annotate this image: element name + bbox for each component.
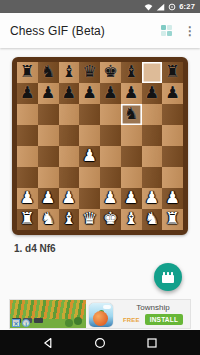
black-rook: ♜ <box>165 64 180 81</box>
white-pawn: ♟ <box>82 148 97 165</box>
square-h2[interactable]: ♟ <box>162 188 183 209</box>
ad-screenshot[interactable]: ✕ i <box>10 300 86 328</box>
square-a7[interactable]: ♟ <box>17 83 38 104</box>
black-bishop: ♝ <box>124 64 139 81</box>
white-pawn: ♟ <box>61 190 76 207</box>
square-f5[interactable] <box>121 125 142 146</box>
square-e1[interactable]: ♚ <box>100 209 121 230</box>
square-b1[interactable]: ♞ <box>38 209 59 230</box>
white-pawn: ♟ <box>124 190 139 207</box>
square-h7[interactable]: ♟ <box>162 83 183 104</box>
square-d4[interactable]: ♟ <box>79 146 100 167</box>
back-icon[interactable] <box>42 337 54 349</box>
square-d5[interactable] <box>79 125 100 146</box>
black-knight: ♞ <box>41 64 56 81</box>
square-a6[interactable] <box>17 104 38 125</box>
black-bishop: ♝ <box>61 64 76 81</box>
square-f3[interactable] <box>121 167 142 188</box>
white-king: ♚ <box>103 211 118 228</box>
home-icon[interactable] <box>94 337 106 349</box>
cloud-art <box>103 305 111 309</box>
white-bishop: ♝ <box>61 211 76 228</box>
create-gif-fab[interactable] <box>154 263 182 291</box>
black-queen: ♛ <box>82 64 97 81</box>
square-c3[interactable] <box>59 167 80 188</box>
square-f6[interactable]: ♞ <box>121 104 142 125</box>
install-button[interactable]: INSTALL <box>145 314 183 325</box>
chess-board[interactable]: ♜♞♝♛♚♝♜♟♟♟♟♟♟♟♟♞♟♟♟♟♟♟♟♟♜♞♝♛♚♝♞♜ <box>12 57 188 235</box>
square-h5[interactable] <box>162 125 183 146</box>
cell-signal-icon <box>156 3 165 11</box>
black-pawn: ♟ <box>165 85 180 102</box>
recents-icon[interactable] <box>146 337 158 349</box>
square-a1[interactable]: ♜ <box>17 209 38 230</box>
square-g1[interactable]: ♞ <box>142 209 163 230</box>
white-pawn: ♟ <box>103 190 118 207</box>
square-c5[interactable] <box>59 125 80 146</box>
square-h3[interactable] <box>162 167 183 188</box>
tree-art <box>65 319 73 327</box>
white-pawn: ♟ <box>144 190 159 207</box>
black-pawn: ♟ <box>41 85 56 102</box>
square-b2[interactable]: ♟ <box>38 188 59 209</box>
square-c2[interactable]: ♟ <box>59 188 80 209</box>
square-c6[interactable] <box>59 104 80 125</box>
square-d6[interactable] <box>79 104 100 125</box>
app-bar: Chess GIF (Beta) ⋮ <box>0 13 200 48</box>
page-title: Chess GIF (Beta) <box>10 24 161 38</box>
black-king: ♚ <box>103 64 118 81</box>
square-f7[interactable]: ♟ <box>121 83 142 104</box>
square-g7[interactable]: ♟ <box>142 83 163 104</box>
square-a5[interactable] <box>17 125 38 146</box>
square-h8[interactable]: ♜ <box>162 62 183 83</box>
black-pawn: ♟ <box>20 85 35 102</box>
black-pawn: ♟ <box>82 85 97 102</box>
ad-banner[interactable]: ✕ i Township FREE INSTALL <box>9 299 191 329</box>
square-e4[interactable] <box>100 146 121 167</box>
square-b3[interactable] <box>38 167 59 188</box>
phone-screen: 6:27 Chess GIF (Beta) ⋮ ♜♞♝♛♚♝♜♟♟♟♟♟♟♟♟♞… <box>0 0 200 355</box>
square-g2[interactable]: ♟ <box>142 188 163 209</box>
overflow-menu-icon[interactable]: ⋮ <box>184 25 192 37</box>
square-e8[interactable]: ♚ <box>100 62 121 83</box>
ad-price-label: FREE <box>123 317 140 323</box>
white-knight: ♞ <box>144 211 159 228</box>
square-c1[interactable]: ♝ <box>59 209 80 230</box>
status-bar: 6:27 <box>0 0 200 13</box>
white-bishop: ♝ <box>124 211 139 228</box>
square-d1[interactable]: ♛ <box>79 209 100 230</box>
ad-info: Township FREE INSTALL <box>116 300 190 328</box>
ad-app-name: Township <box>136 303 169 312</box>
black-pawn: ♟ <box>61 85 76 102</box>
data-saver-icon <box>168 3 176 11</box>
square-f2[interactable]: ♟ <box>121 188 142 209</box>
square-d8[interactable]: ♛ <box>79 62 100 83</box>
black-pawn: ♟ <box>124 85 139 102</box>
white-rook: ♜ <box>20 211 35 228</box>
square-h4[interactable] <box>162 146 183 167</box>
square-b4[interactable] <box>38 146 59 167</box>
square-f4[interactable] <box>121 146 142 167</box>
square-h6[interactable] <box>162 104 183 125</box>
white-pawn: ♟ <box>165 190 180 207</box>
square-b5[interactable] <box>38 125 59 146</box>
gif-grid-icon[interactable] <box>161 25 172 36</box>
square-c7[interactable]: ♟ <box>59 83 80 104</box>
square-a3[interactable] <box>17 167 38 188</box>
adchoices-icon[interactable]: i <box>22 319 30 327</box>
white-rook: ♜ <box>165 211 180 228</box>
square-h1[interactable]: ♜ <box>162 209 183 230</box>
square-e5[interactable] <box>100 125 121 146</box>
tree-art <box>74 317 82 325</box>
square-b6[interactable] <box>38 104 59 125</box>
movie-icon <box>162 275 174 283</box>
move-list: 1. d4 Nf6 <box>14 243 200 254</box>
android-nav-bar <box>0 330 200 355</box>
square-g8[interactable] <box>142 62 163 83</box>
white-pawn: ♟ <box>20 190 35 207</box>
white-queen: ♛ <box>82 211 97 228</box>
square-g5[interactable] <box>142 125 163 146</box>
black-pawn: ♟ <box>144 85 159 102</box>
black-pawn: ♟ <box>103 85 118 102</box>
ad-app-icon[interactable] <box>89 303 113 327</box>
tomato-art <box>93 311 108 326</box>
square-a8[interactable]: ♜ <box>17 62 38 83</box>
black-rook: ♜ <box>20 64 35 81</box>
square-e6[interactable] <box>100 104 121 125</box>
square-a2[interactable]: ♟ <box>17 188 38 209</box>
wifi-icon <box>144 3 153 11</box>
square-e2[interactable]: ♟ <box>100 188 121 209</box>
square-d3[interactable] <box>79 167 100 188</box>
square-b7[interactable]: ♟ <box>38 83 59 104</box>
status-time: 6:27 <box>179 2 195 11</box>
square-c8[interactable]: ♝ <box>59 62 80 83</box>
white-knight: ♞ <box>41 211 56 228</box>
square-e3[interactable] <box>100 167 121 188</box>
ad-close-icon[interactable]: ✕ <box>12 319 20 327</box>
white-pawn: ♟ <box>41 190 56 207</box>
square-d7[interactable]: ♟ <box>79 83 100 104</box>
square-g6[interactable] <box>142 104 163 125</box>
square-c4[interactable] <box>59 146 80 167</box>
square-f1[interactable]: ♝ <box>121 209 142 230</box>
square-b8[interactable]: ♞ <box>38 62 59 83</box>
square-g3[interactable] <box>142 167 163 188</box>
square-g4[interactable] <box>142 146 163 167</box>
square-a4[interactable] <box>17 146 38 167</box>
square-f8[interactable]: ♝ <box>121 62 142 83</box>
square-e7[interactable]: ♟ <box>100 83 121 104</box>
square-d2[interactable] <box>79 188 100 209</box>
black-knight: ♞ <box>124 106 139 123</box>
